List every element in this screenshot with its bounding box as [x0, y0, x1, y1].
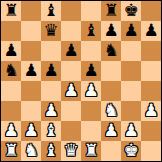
white-bishop-c2[interactable]: ♝: [43, 122, 58, 139]
square-e3[interactable]: [81, 101, 101, 121]
square-h7[interactable]: ♟: [141, 21, 161, 41]
square-a3[interactable]: [1, 101, 21, 121]
square-d3[interactable]: [61, 101, 81, 121]
white-knight-b1[interactable]: ♞: [23, 142, 38, 159]
black-rook-f8[interactable]: ♜: [103, 2, 118, 19]
white-bishop-c1[interactable]: ♝: [43, 142, 58, 159]
square-c4[interactable]: [41, 81, 61, 101]
white-rook-e1[interactable]: ♜: [83, 142, 98, 159]
square-f1[interactable]: [101, 141, 121, 161]
square-f3[interactable]: ♞: [101, 101, 121, 121]
white-pawn-c3[interactable]: ♟: [43, 102, 58, 119]
square-a8[interactable]: ♜: [1, 1, 21, 21]
square-d2[interactable]: [61, 121, 81, 141]
square-h8[interactable]: [141, 1, 161, 21]
square-c5[interactable]: ♟: [41, 61, 61, 81]
white-king-g1[interactable]: ♚: [123, 142, 138, 159]
square-d1[interactable]: ♛: [61, 141, 81, 161]
white-pawn-f2[interactable]: ♟: [103, 122, 118, 139]
square-a5[interactable]: ♞: [1, 61, 21, 81]
square-h6[interactable]: [141, 41, 161, 61]
square-h1[interactable]: [141, 141, 161, 161]
black-bishop-e7[interactable]: ♝: [83, 22, 98, 39]
black-pawn-e5[interactable]: ♟: [83, 62, 98, 79]
square-c3[interactable]: ♟: [41, 101, 61, 121]
square-b6[interactable]: [21, 41, 41, 61]
square-f8[interactable]: ♜: [101, 1, 121, 21]
square-g3[interactable]: [121, 101, 141, 121]
square-g7[interactable]: ♟: [121, 21, 141, 41]
square-e6[interactable]: [81, 41, 101, 61]
black-pawn-b5[interactable]: ♟: [23, 62, 38, 79]
square-e4[interactable]: ♟: [81, 81, 101, 101]
black-bishop-c8[interactable]: ♝: [43, 2, 58, 19]
square-g5[interactable]: [121, 61, 141, 81]
square-d7[interactable]: [61, 21, 81, 41]
square-h5[interactable]: [141, 61, 161, 81]
square-e5[interactable]: ♟: [81, 61, 101, 81]
square-c6[interactable]: [41, 41, 61, 61]
square-c2[interactable]: ♝: [41, 121, 61, 141]
square-c8[interactable]: ♝: [41, 1, 61, 21]
square-f2[interactable]: ♟: [101, 121, 121, 141]
white-pawn-g2[interactable]: ♟: [123, 122, 138, 139]
black-knight-f6[interactable]: ♞: [103, 42, 118, 59]
black-knight-a5[interactable]: ♞: [3, 62, 18, 79]
square-g6[interactable]: [121, 41, 141, 61]
square-h3[interactable]: ♟: [141, 101, 161, 121]
black-pawn-h7[interactable]: ♟: [143, 22, 158, 39]
square-e1[interactable]: ♜: [81, 141, 101, 161]
square-g1[interactable]: ♚: [121, 141, 141, 161]
square-b7[interactable]: [21, 21, 41, 41]
white-queen-d1[interactable]: ♛: [63, 142, 78, 159]
white-pawn-d4[interactable]: ♟: [63, 82, 78, 99]
square-d4[interactable]: ♟: [61, 81, 81, 101]
white-rook-a1[interactable]: ♜: [3, 142, 18, 159]
white-pawn-a2[interactable]: ♟: [3, 122, 18, 139]
square-b1[interactable]: ♞: [21, 141, 41, 161]
square-d5[interactable]: [61, 61, 81, 81]
square-b2[interactable]: ♟: [21, 121, 41, 141]
square-h4[interactable]: [141, 81, 161, 101]
square-g2[interactable]: ♟: [121, 121, 141, 141]
square-d6[interactable]: ♟: [61, 41, 81, 61]
square-f4[interactable]: [101, 81, 121, 101]
square-g8[interactable]: ♚: [121, 1, 141, 21]
square-f7[interactable]: ♟: [101, 21, 121, 41]
square-d8[interactable]: [61, 1, 81, 21]
square-f5[interactable]: [101, 61, 121, 81]
white-pawn-h3[interactable]: ♟: [143, 102, 158, 119]
black-pawn-c5[interactable]: ♟: [43, 62, 58, 79]
black-rook-a8[interactable]: ♜: [3, 2, 18, 19]
square-a1[interactable]: ♜: [1, 141, 21, 161]
chess-board: ♜♝♜♚♛♝♟♟♟♟♟♞♞♟♟♟♟♟♟♞♟♟♟♝♟♟♜♞♝♛♜♚: [0, 0, 162, 162]
black-queen-c7[interactable]: ♛: [43, 22, 58, 39]
square-e8[interactable]: [81, 1, 101, 21]
square-e7[interactable]: ♝: [81, 21, 101, 41]
square-c1[interactable]: ♝: [41, 141, 61, 161]
square-c7[interactable]: ♛: [41, 21, 61, 41]
square-b5[interactable]: ♟: [21, 61, 41, 81]
square-a6[interactable]: ♟: [1, 41, 21, 61]
square-f6[interactable]: ♞: [101, 41, 121, 61]
chess-board-container: ♜♝♜♚♛♝♟♟♟♟♟♞♞♟♟♟♟♟♟♞♟♟♟♝♟♟♜♞♝♛♜♚: [0, 0, 162, 162]
square-h2[interactable]: [141, 121, 161, 141]
black-pawn-f7[interactable]: ♟: [103, 22, 118, 39]
square-a2[interactable]: ♟: [1, 121, 21, 141]
black-pawn-a6[interactable]: ♟: [3, 42, 18, 59]
black-pawn-g7[interactable]: ♟: [123, 22, 138, 39]
square-b3[interactable]: [21, 101, 41, 121]
square-b8[interactable]: [21, 1, 41, 21]
square-e2[interactable]: [81, 121, 101, 141]
white-pawn-b2[interactable]: ♟: [23, 122, 38, 139]
white-pawn-e4[interactable]: ♟: [83, 82, 98, 99]
black-pawn-d6[interactable]: ♟: [63, 42, 78, 59]
black-king-g8[interactable]: ♚: [123, 2, 138, 19]
square-b4[interactable]: [21, 81, 41, 101]
white-knight-f3[interactable]: ♞: [103, 102, 118, 119]
square-g4[interactable]: [121, 81, 141, 101]
square-a4[interactable]: [1, 81, 21, 101]
square-a7[interactable]: [1, 21, 21, 41]
